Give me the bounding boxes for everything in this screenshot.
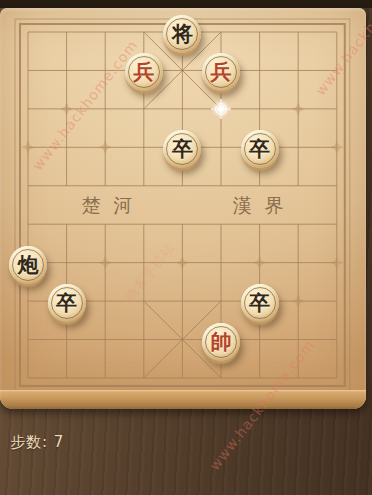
piece-black-cannon[interactable]: 炮 xyxy=(9,246,47,284)
step-counter-value: 7 xyxy=(54,433,65,451)
step-counter: 步数: 7 xyxy=(10,433,64,452)
piece-black-soldier-4[interactable]: 卒 xyxy=(241,284,279,322)
piece-black-soldier-1[interactable]: 卒 xyxy=(163,130,201,168)
piece-glyph: 帥 xyxy=(202,323,240,361)
piece-glyph: 卒 xyxy=(241,130,279,168)
piece-glyph: 炮 xyxy=(9,246,47,284)
river-label-left: 楚河 xyxy=(69,193,146,219)
piece-glyph: 将 xyxy=(163,15,201,53)
piece-glyph: 卒 xyxy=(241,284,279,322)
piece-black-general[interactable]: 将 xyxy=(163,15,201,53)
xiangqi-board[interactable]: 楚河 漢界 将兵兵卒卒炮卒卒帥 xyxy=(0,8,366,409)
piece-glyph: 卒 xyxy=(48,284,86,322)
piece-glyph: 卒 xyxy=(163,130,201,168)
step-counter-label: 步数: xyxy=(10,433,48,451)
sparkle-effect xyxy=(211,99,231,119)
river-label-right: 漢界 xyxy=(220,193,297,219)
piece-glyph: 兵 xyxy=(125,53,163,91)
piece-red-soldier-2[interactable]: 兵 xyxy=(202,53,240,91)
board-front-edge xyxy=(0,390,366,409)
piece-glyph: 兵 xyxy=(202,53,240,91)
app-screen: 楚河 漢界 将兵兵卒卒炮卒卒帥 步数: 7 www.hackhome.com嗨客… xyxy=(0,0,372,495)
piece-red-general[interactable]: 帥 xyxy=(202,323,240,361)
top-bar xyxy=(0,0,372,8)
piece-black-soldier-3[interactable]: 卒 xyxy=(48,284,86,322)
piece-red-soldier-1[interactable]: 兵 xyxy=(125,53,163,91)
board-grid xyxy=(0,8,366,409)
piece-black-soldier-2[interactable]: 卒 xyxy=(241,130,279,168)
